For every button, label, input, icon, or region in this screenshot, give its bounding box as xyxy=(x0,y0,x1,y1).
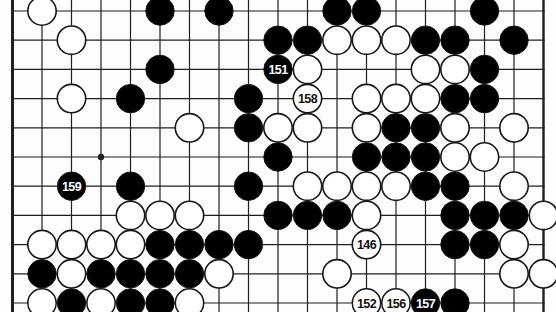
white-stone xyxy=(57,230,85,258)
black-stone xyxy=(382,114,410,142)
white-stone xyxy=(87,289,115,312)
white-stone xyxy=(323,260,351,288)
white-stone xyxy=(146,201,174,229)
white-stone xyxy=(352,172,380,200)
white-stone xyxy=(28,230,56,258)
black-stone xyxy=(264,26,292,54)
white-stone xyxy=(293,114,321,142)
white-stone xyxy=(57,84,85,112)
black-stone xyxy=(146,55,174,83)
black-stone xyxy=(87,260,115,288)
black-stone xyxy=(470,84,498,112)
black-stone xyxy=(116,84,144,112)
black-stone xyxy=(500,26,528,54)
black-stone-move-151: 151 xyxy=(264,55,292,83)
black-stone xyxy=(293,201,321,229)
move-number-label: 159 xyxy=(62,180,82,194)
black-stone xyxy=(234,172,262,200)
black-stone xyxy=(441,26,469,54)
white-stone xyxy=(175,289,203,312)
black-stone xyxy=(264,143,292,171)
black-stone xyxy=(470,55,498,83)
black-stone xyxy=(146,260,174,288)
go-board[interactable]: 151158159146152156157 xyxy=(0,0,556,312)
white-stone xyxy=(293,172,321,200)
black-stone xyxy=(441,230,469,258)
white-stone xyxy=(323,26,351,54)
black-stone xyxy=(116,260,144,288)
move-number-label: 152 xyxy=(357,297,377,311)
white-stone xyxy=(441,55,469,83)
black-stone xyxy=(205,0,233,25)
white-stone xyxy=(323,172,351,200)
star-point-marker xyxy=(98,154,104,160)
move-number-label: 157 xyxy=(416,297,436,311)
white-stone xyxy=(175,201,203,229)
white-stone xyxy=(116,201,144,229)
white-stone-move-156: 156 xyxy=(382,289,410,312)
white-stone xyxy=(57,260,85,288)
white-stone xyxy=(382,172,410,200)
black-stone xyxy=(441,289,469,312)
white-stone-move-152: 152 xyxy=(352,289,380,312)
white-stone xyxy=(411,84,439,112)
black-stone xyxy=(323,0,351,25)
black-stone xyxy=(146,289,174,312)
white-stone-move-146: 146 xyxy=(352,230,380,258)
white-stone xyxy=(382,26,410,54)
black-stone xyxy=(293,26,321,54)
black-stone xyxy=(411,143,439,171)
white-stone xyxy=(28,0,56,25)
black-stone xyxy=(205,230,233,258)
black-stone-move-157: 157 xyxy=(411,289,439,312)
white-stone xyxy=(470,143,498,171)
black-stone xyxy=(28,260,56,288)
move-number-label: 156 xyxy=(386,297,406,311)
white-stone xyxy=(175,114,203,142)
go-board-diagram: 151158159146152156157 xyxy=(0,0,556,312)
black-stone xyxy=(500,201,528,229)
black-stone xyxy=(146,230,174,258)
white-stone xyxy=(411,55,439,83)
white-stone xyxy=(205,260,233,288)
black-stone-move-159: 159 xyxy=(57,172,85,200)
black-stone xyxy=(234,114,262,142)
black-stone xyxy=(441,84,469,112)
black-stone xyxy=(441,172,469,200)
black-stone xyxy=(264,201,292,229)
move-number-label: 146 xyxy=(357,238,377,252)
white-stone xyxy=(500,230,528,258)
white-stone xyxy=(352,201,380,229)
black-stone xyxy=(116,289,144,312)
white-stone xyxy=(352,114,380,142)
white-stone-move-158: 158 xyxy=(293,84,321,112)
black-stone xyxy=(146,0,174,25)
black-stone xyxy=(323,201,351,229)
black-stone xyxy=(411,26,439,54)
white-stone xyxy=(529,260,556,288)
black-stone xyxy=(470,201,498,229)
black-stone xyxy=(382,143,410,171)
black-stone xyxy=(116,172,144,200)
white-stone xyxy=(264,114,292,142)
black-stone xyxy=(57,289,85,312)
white-stone xyxy=(529,201,556,229)
black-stone xyxy=(175,260,203,288)
white-stone xyxy=(116,230,144,258)
black-stone xyxy=(234,84,262,112)
black-stone xyxy=(470,0,498,25)
white-stone xyxy=(352,84,380,112)
black-stone xyxy=(234,230,262,258)
black-stone xyxy=(470,230,498,258)
black-stone xyxy=(352,0,380,25)
black-stone xyxy=(352,143,380,171)
white-stone xyxy=(28,289,56,312)
black-stone xyxy=(411,172,439,200)
white-stone xyxy=(441,143,469,171)
white-stone xyxy=(352,26,380,54)
white-stone xyxy=(293,55,321,83)
black-stone xyxy=(441,201,469,229)
white-stone xyxy=(87,230,115,258)
black-stone xyxy=(411,114,439,142)
black-stone xyxy=(175,230,203,258)
move-number-label: 158 xyxy=(298,92,318,106)
white-stone xyxy=(500,260,528,288)
white-stone xyxy=(500,172,528,200)
move-number-label: 151 xyxy=(268,63,288,77)
white-stone xyxy=(441,114,469,142)
white-stone xyxy=(500,114,528,142)
white-stone xyxy=(382,84,410,112)
white-stone xyxy=(57,26,85,54)
